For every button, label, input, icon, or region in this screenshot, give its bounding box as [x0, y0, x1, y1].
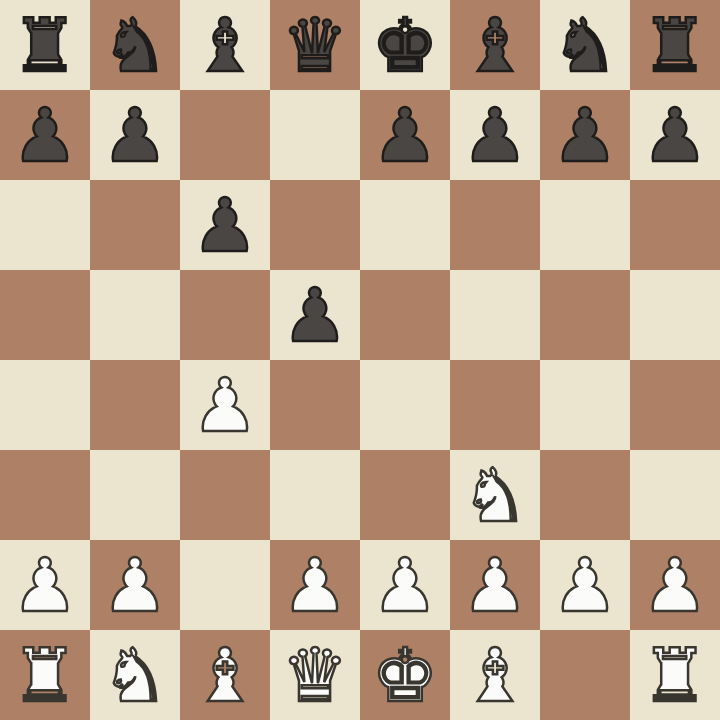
- square-d2[interactable]: ♟: [270, 540, 360, 630]
- square-c8[interactable]: ♝: [180, 0, 270, 90]
- square-f8[interactable]: ♝: [450, 0, 540, 90]
- square-g5[interactable]: [540, 270, 630, 360]
- square-f7[interactable]: ♟: [450, 90, 540, 180]
- square-g4[interactable]: [540, 360, 630, 450]
- white-rook: ♜: [12, 630, 78, 720]
- square-e7[interactable]: ♟: [360, 90, 450, 180]
- square-e6[interactable]: [360, 180, 450, 270]
- black-pawn: ♟: [372, 90, 438, 180]
- white-pawn: ♟: [642, 540, 708, 630]
- square-b1[interactable]: ♞: [90, 630, 180, 720]
- white-king: ♚: [372, 630, 438, 720]
- square-a5[interactable]: [0, 270, 90, 360]
- square-h4[interactable]: [630, 360, 720, 450]
- square-d4[interactable]: [270, 360, 360, 450]
- square-f5[interactable]: [450, 270, 540, 360]
- black-pawn: ♟: [102, 90, 168, 180]
- square-f3[interactable]: ♞: [450, 450, 540, 540]
- square-f1[interactable]: ♝: [450, 630, 540, 720]
- square-d7[interactable]: [270, 90, 360, 180]
- white-pawn: ♟: [102, 540, 168, 630]
- black-king: ♚: [372, 0, 438, 90]
- square-a1[interactable]: ♜: [0, 630, 90, 720]
- black-rook: ♜: [12, 0, 78, 90]
- square-a2[interactable]: ♟: [0, 540, 90, 630]
- white-pawn: ♟: [192, 360, 258, 450]
- square-h2[interactable]: ♟: [630, 540, 720, 630]
- square-f6[interactable]: [450, 180, 540, 270]
- black-bishop: ♝: [462, 0, 528, 90]
- square-a3[interactable]: [0, 450, 90, 540]
- square-c6[interactable]: ♟: [180, 180, 270, 270]
- square-c7[interactable]: [180, 90, 270, 180]
- square-b8[interactable]: ♞: [90, 0, 180, 90]
- square-e1[interactable]: ♚: [360, 630, 450, 720]
- square-b4[interactable]: [90, 360, 180, 450]
- square-d5[interactable]: ♟: [270, 270, 360, 360]
- square-c3[interactable]: [180, 450, 270, 540]
- square-d6[interactable]: [270, 180, 360, 270]
- square-g6[interactable]: [540, 180, 630, 270]
- square-e8[interactable]: ♚: [360, 0, 450, 90]
- square-c2[interactable]: [180, 540, 270, 630]
- white-bishop: ♝: [462, 630, 528, 720]
- black-knight: ♞: [102, 0, 168, 90]
- square-a8[interactable]: ♜: [0, 0, 90, 90]
- black-queen: ♛: [282, 0, 348, 90]
- black-bishop: ♝: [192, 0, 258, 90]
- square-a6[interactable]: [0, 180, 90, 270]
- square-h6[interactable]: [630, 180, 720, 270]
- black-pawn: ♟: [192, 180, 258, 270]
- white-pawn: ♟: [12, 540, 78, 630]
- white-pawn: ♟: [462, 540, 528, 630]
- black-pawn: ♟: [462, 90, 528, 180]
- black-pawn: ♟: [12, 90, 78, 180]
- square-g7[interactable]: ♟: [540, 90, 630, 180]
- square-g1[interactable]: [540, 630, 630, 720]
- white-pawn: ♟: [282, 540, 348, 630]
- square-b2[interactable]: ♟: [90, 540, 180, 630]
- white-bishop: ♝: [192, 630, 258, 720]
- square-g8[interactable]: ♞: [540, 0, 630, 90]
- square-h5[interactable]: [630, 270, 720, 360]
- black-pawn: ♟: [282, 270, 348, 360]
- square-f2[interactable]: ♟: [450, 540, 540, 630]
- black-rook: ♜: [642, 0, 708, 90]
- square-d8[interactable]: ♛: [270, 0, 360, 90]
- square-c1[interactable]: ♝: [180, 630, 270, 720]
- square-b6[interactable]: [90, 180, 180, 270]
- black-pawn: ♟: [642, 90, 708, 180]
- square-c4[interactable]: ♟: [180, 360, 270, 450]
- black-pawn: ♟: [552, 90, 618, 180]
- square-e4[interactable]: [360, 360, 450, 450]
- white-knight: ♞: [462, 450, 528, 540]
- square-e5[interactable]: [360, 270, 450, 360]
- square-b5[interactable]: [90, 270, 180, 360]
- square-h8[interactable]: ♜: [630, 0, 720, 90]
- square-f4[interactable]: [450, 360, 540, 450]
- square-h7[interactable]: ♟: [630, 90, 720, 180]
- square-d1[interactable]: ♛: [270, 630, 360, 720]
- square-e3[interactable]: [360, 450, 450, 540]
- white-knight: ♞: [102, 630, 168, 720]
- white-pawn: ♟: [372, 540, 438, 630]
- square-a4[interactable]: [0, 360, 90, 450]
- white-pawn: ♟: [552, 540, 618, 630]
- square-d3[interactable]: [270, 450, 360, 540]
- chess-board: ♜♞♝♛♚♝♞♜♟♟♟♟♟♟♟♟♟♞♟♟♟♟♟♟♟♜♞♝♛♚♝♜: [0, 0, 720, 720]
- white-queen: ♛: [282, 630, 348, 720]
- square-e2[interactable]: ♟: [360, 540, 450, 630]
- black-knight: ♞: [552, 0, 618, 90]
- square-h1[interactable]: ♜: [630, 630, 720, 720]
- square-b7[interactable]: ♟: [90, 90, 180, 180]
- square-b3[interactable]: [90, 450, 180, 540]
- square-g3[interactable]: [540, 450, 630, 540]
- square-a7[interactable]: ♟: [0, 90, 90, 180]
- white-rook: ♜: [642, 630, 708, 720]
- square-c5[interactable]: [180, 270, 270, 360]
- square-h3[interactable]: [630, 450, 720, 540]
- square-g2[interactable]: ♟: [540, 540, 630, 630]
